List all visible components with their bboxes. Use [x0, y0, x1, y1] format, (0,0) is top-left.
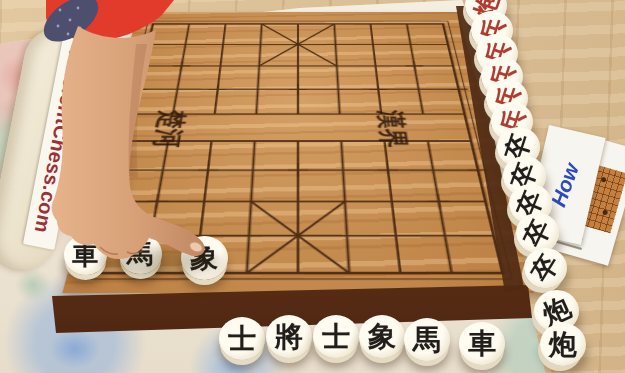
piece-character: 象 — [190, 244, 218, 272]
piece-horse-black[interactable]: 馬 — [404, 318, 450, 361]
piece-character: 車 — [468, 330, 496, 358]
piece-character: 卒 — [520, 215, 555, 250]
piece-character: 士 — [322, 323, 350, 351]
river-inscription-left: 楚河 — [148, 109, 191, 148]
piece-character: 馬 — [127, 241, 153, 267]
video-frame: AncientChess.com 楚河 漢界 — [0, 0, 625, 373]
piece-elephant-black[interactable]: 象 — [359, 315, 405, 358]
river-inscription-right: 漢界 — [373, 109, 414, 148]
piece-character: 象 — [368, 323, 396, 351]
piece-character: 將 — [275, 323, 303, 351]
piece-character: 炮 — [549, 331, 577, 359]
card-title: How — [546, 160, 584, 210]
piece-chariot-black[interactable]: 車 — [64, 235, 107, 275]
piece-soldier-black[interactable]: 卒 — [516, 213, 559, 253]
piece-cannon-black[interactable]: 炮 — [540, 323, 586, 366]
piece-chariot-black[interactable]: 車 — [459, 322, 505, 365]
piece-character: 車 — [72, 242, 98, 268]
piece-character: 馬 — [413, 326, 441, 354]
piece-character: 士 — [228, 325, 256, 353]
piece-elephant-black[interactable]: 象 — [181, 236, 228, 280]
piece-character: 卒 — [527, 250, 563, 286]
piece-general-black[interactable]: 將 — [266, 315, 312, 358]
piece-advisor-black[interactable]: 士 — [313, 315, 359, 358]
piece-horse-black[interactable]: 馬 — [119, 234, 162, 274]
piece-advisor-black[interactable]: 士 — [219, 317, 265, 360]
piece-soldier-black[interactable]: 卒 — [524, 248, 567, 288]
